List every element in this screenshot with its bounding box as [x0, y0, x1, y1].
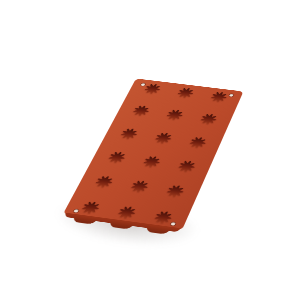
cavity-opening-shape — [143, 83, 162, 94]
silicone-mold-sheet — [63, 79, 243, 230]
cavity-opening-shape — [129, 180, 150, 193]
cavity-opening-shape — [107, 151, 128, 164]
fluted-star-cavity — [129, 104, 153, 118]
fluted-star-cavity — [163, 183, 188, 199]
cavity-opening-shape — [154, 132, 174, 144]
fluted-star-cavity — [186, 135, 210, 150]
cavity-opening-shape — [142, 155, 162, 168]
fluted-star-cavity — [151, 209, 176, 226]
cavity-opening-shape — [80, 201, 102, 215]
cavity-opening-shape — [177, 160, 197, 173]
cavity-opening-shape — [153, 210, 174, 224]
cavity-opening-shape — [131, 105, 151, 117]
fluted-star-cavity — [78, 199, 104, 215]
fluted-star-cavity — [197, 112, 220, 126]
cavity-opening-shape — [210, 91, 229, 103]
fluted-star-cavity — [127, 179, 152, 195]
fluted-star-cavity — [104, 150, 129, 165]
fluted-star-cavity — [141, 82, 164, 96]
cavity-opening-shape — [188, 136, 208, 148]
cavity-opening-shape — [165, 109, 185, 121]
cavity-opening-shape — [176, 87, 195, 99]
fluted-star-cavity — [174, 86, 197, 100]
cavity-opening-shape — [199, 113, 218, 125]
fluted-star-cavity — [117, 126, 141, 141]
cavity-opening-shape — [116, 205, 137, 219]
fluted-star-cavity — [114, 204, 140, 221]
cavity-opening-shape — [165, 185, 186, 198]
fluted-star-cavity — [151, 131, 175, 146]
fluted-star-cavity — [139, 154, 164, 169]
fluted-star-cavity — [91, 174, 116, 190]
fluted-star-cavity — [175, 159, 199, 174]
fluted-star-cavity — [163, 108, 186, 122]
cavity-opening-shape — [94, 175, 115, 188]
cavity-opening-shape — [119, 128, 139, 140]
fluted-star-cavity — [207, 90, 230, 104]
product-photo-scene — [0, 0, 300, 300]
